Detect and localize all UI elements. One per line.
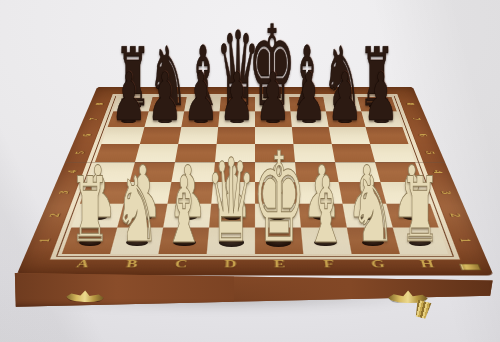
square-d2 — [209, 204, 255, 228]
square-h8 — [357, 97, 396, 111]
rank-label-right-6: 6 — [415, 134, 431, 137]
square-g8 — [323, 97, 361, 111]
square-e1 — [255, 228, 303, 254]
square-g7 — [326, 111, 366, 127]
square-f3 — [297, 182, 343, 204]
rank-label-right-2: 2 — [446, 213, 465, 217]
rank-label-left-4: 4 — [63, 170, 81, 173]
maker-stamp — [459, 264, 481, 271]
square-c2 — [163, 204, 211, 228]
rank-label-left-8: 8 — [92, 103, 107, 105]
square-h4 — [375, 162, 422, 182]
square-b5 — [135, 144, 178, 162]
square-a7 — [108, 111, 149, 127]
file-label-c: C — [174, 259, 188, 271]
square-c4 — [171, 162, 215, 182]
square-d3 — [211, 182, 255, 204]
square-c6 — [178, 127, 218, 144]
square-a3 — [80, 182, 130, 204]
photo-backdrop: AA11BB22CC33DD44EE55FF66GG77HH88 ♜♞♝♛♚♝♞… — [0, 0, 500, 342]
square-a8 — [113, 97, 152, 111]
file-label-far-c: C — [201, 89, 208, 93]
rank-label-left-2: 2 — [45, 213, 64, 217]
square-d7 — [218, 111, 255, 127]
square-e7 — [255, 111, 292, 127]
file-label-far-h: H — [369, 89, 377, 93]
rank-label-left-1: 1 — [34, 238, 55, 242]
chess-board: AA11BB22CC33DD44EE55FF66GG77HH88 — [16, 87, 493, 276]
square-e2 — [255, 204, 301, 228]
rank-label-left-3: 3 — [54, 191, 73, 195]
square-b7 — [144, 111, 184, 127]
folding-seam — [65, 162, 446, 163]
square-f8 — [289, 97, 326, 111]
square-c3 — [167, 182, 213, 204]
rank-label-right-3: 3 — [437, 191, 456, 195]
rank-label-right-1: 1 — [455, 238, 476, 242]
rank-label-right-4: 4 — [429, 170, 447, 173]
square-f4 — [295, 162, 339, 182]
square-c5 — [175, 144, 217, 162]
square-h2 — [386, 204, 438, 228]
file-label-f: F — [323, 259, 335, 271]
square-b1 — [110, 228, 163, 254]
file-label-far-b: B — [168, 89, 174, 93]
square-d5 — [215, 144, 255, 162]
square-a1 — [62, 228, 117, 254]
square-a2 — [71, 204, 123, 228]
file-label-far-e: E — [269, 89, 275, 93]
square-d1 — [207, 228, 255, 254]
square-g2 — [343, 204, 393, 228]
square-e4 — [255, 162, 297, 182]
file-label-a: A — [75, 259, 91, 271]
square-h5 — [370, 144, 415, 162]
file-label-h: H — [419, 259, 436, 271]
square-b8 — [149, 97, 187, 111]
square-d6 — [217, 127, 255, 144]
square-g5 — [332, 144, 375, 162]
file-label-g: G — [370, 259, 386, 271]
latch-icon — [66, 289, 104, 302]
square-f1 — [301, 228, 352, 254]
square-h6 — [366, 127, 409, 144]
square-d4 — [213, 162, 255, 182]
square-c8 — [184, 97, 221, 111]
square-d8 — [220, 97, 255, 111]
rank-label-left-7: 7 — [86, 118, 101, 121]
square-h7 — [361, 111, 402, 127]
square-g6 — [329, 127, 370, 144]
square-b2 — [117, 204, 167, 228]
square-f6 — [292, 127, 332, 144]
square-f5 — [293, 144, 335, 162]
square-f2 — [299, 204, 347, 228]
rank-label-left-5: 5 — [71, 151, 88, 154]
square-f7 — [290, 111, 328, 127]
square-c1 — [158, 228, 209, 254]
square-a6 — [102, 127, 145, 144]
square-g4 — [335, 162, 380, 182]
brass-latch-left — [66, 289, 104, 302]
square-h3 — [380, 182, 430, 204]
rank-label-left-6: 6 — [79, 134, 95, 137]
square-b4 — [130, 162, 175, 182]
file-label-e: E — [274, 259, 286, 271]
square-e3 — [255, 182, 299, 204]
square-a5 — [95, 144, 140, 162]
rank-label-right-8: 8 — [403, 103, 418, 105]
square-e5 — [255, 144, 295, 162]
file-label-far-d: D — [235, 89, 241, 93]
square-g1 — [347, 228, 400, 254]
square-b6 — [140, 127, 181, 144]
square-h1 — [393, 228, 448, 254]
square-e8 — [255, 97, 290, 111]
file-label-far-f: F — [303, 89, 309, 93]
square-a4 — [88, 162, 135, 182]
rank-label-right-5: 5 — [422, 151, 439, 154]
file-label-b: B — [125, 259, 139, 271]
square-c7 — [181, 111, 219, 127]
square-b3 — [124, 182, 172, 204]
file-label-far-g: G — [335, 89, 342, 93]
file-label-far-a: A — [134, 89, 141, 93]
rank-label-right-7: 7 — [409, 118, 424, 121]
square-e6 — [255, 127, 293, 144]
square-g3 — [339, 182, 387, 204]
file-label-d: D — [224, 259, 237, 271]
board-squares — [62, 97, 448, 254]
